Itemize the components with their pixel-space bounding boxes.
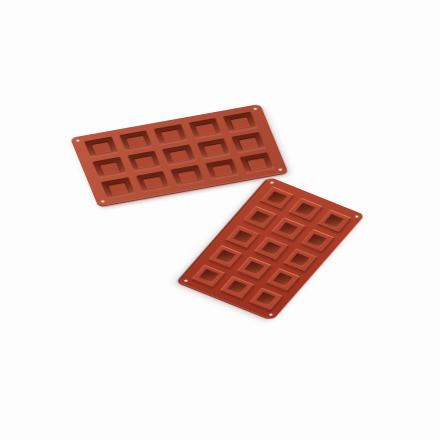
bump-recess xyxy=(290,253,311,267)
cavity-center-island xyxy=(196,124,216,136)
savarin-bump xyxy=(220,276,255,300)
bump-recess xyxy=(249,211,270,225)
savarin-bump xyxy=(237,256,272,280)
savarin-bump xyxy=(254,237,289,261)
corner-hole xyxy=(100,200,105,203)
savarin-bump xyxy=(288,198,323,222)
bump-recess xyxy=(256,292,277,306)
savarin-cavity xyxy=(170,165,204,186)
savarin-cavity xyxy=(127,151,161,172)
savarin-cavity xyxy=(232,132,266,153)
cavity-center-island xyxy=(231,117,251,129)
cavity-center-island xyxy=(169,150,189,162)
savarin-cavity xyxy=(154,124,188,145)
cavity-center-island xyxy=(126,136,146,148)
bump-recess xyxy=(295,203,316,217)
savarin-cavity xyxy=(205,159,239,180)
savarin-bump xyxy=(208,245,243,269)
corner-hole xyxy=(278,168,283,171)
savarin-bump xyxy=(242,206,277,230)
cavity-center-island xyxy=(100,163,120,175)
bump-recess xyxy=(324,214,345,228)
bump-recess xyxy=(244,261,265,275)
savarin-cavity xyxy=(223,112,257,133)
corner-hole xyxy=(184,279,189,282)
cavity-center-island xyxy=(213,164,233,176)
silicone-mold-flipped xyxy=(178,177,365,320)
savarin-cavity xyxy=(188,118,222,139)
savarin-cavity xyxy=(162,144,196,165)
cavity-center-island xyxy=(91,142,111,154)
bump-recess xyxy=(215,249,236,263)
savarin-cavity xyxy=(101,177,135,198)
cavity-center-island xyxy=(239,138,259,150)
savarin-bump xyxy=(317,209,352,233)
cavity-center-island xyxy=(247,158,267,170)
bump-recess xyxy=(307,234,328,248)
cavity-center-island xyxy=(143,177,163,189)
bump-recess xyxy=(227,280,248,294)
bump-recess xyxy=(198,269,219,283)
savarin-bump xyxy=(191,264,226,288)
cavity-center-island xyxy=(204,144,224,156)
corner-hole xyxy=(269,313,274,316)
cavity-center-island xyxy=(135,156,155,168)
corner-hole xyxy=(253,107,258,110)
savarin-bump xyxy=(259,186,294,210)
product-photo xyxy=(0,0,440,440)
bump-recess xyxy=(273,272,294,286)
savarin-cavity xyxy=(240,152,274,173)
savarin-bump xyxy=(265,268,300,292)
savarin-bump xyxy=(300,229,335,253)
bump-recess xyxy=(267,191,288,205)
cavity-center-island xyxy=(108,183,128,195)
savarin-cavity xyxy=(136,171,170,192)
cavity-center-island xyxy=(178,171,198,183)
corner-hole xyxy=(355,215,360,218)
savarin-bump xyxy=(248,287,283,311)
bump-recess xyxy=(278,222,299,236)
savarin-cavity xyxy=(197,138,231,159)
savarin-cavity xyxy=(84,137,118,158)
bump-recess xyxy=(232,230,253,244)
corner-hole xyxy=(270,181,275,184)
silicone-mold-cavity-side xyxy=(70,104,288,206)
savarin-bump xyxy=(271,217,306,241)
savarin-cavity xyxy=(119,130,153,151)
savarin-bump xyxy=(225,225,260,249)
cavity-center-island xyxy=(161,130,181,142)
corner-hole xyxy=(75,139,80,142)
bump-recess xyxy=(261,242,282,256)
savarin-bump xyxy=(283,248,318,272)
savarin-cavity xyxy=(92,157,126,178)
